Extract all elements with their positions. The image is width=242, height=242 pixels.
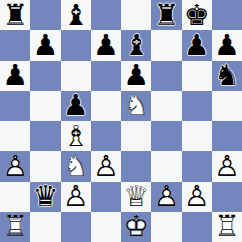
black-pawn-piece: ♟ — [182, 30, 212, 60]
black-knight-piece: ♞ — [212, 61, 242, 91]
square-h5[interactable] — [212, 91, 242, 121]
white-king-piece: ♚♔ — [121, 212, 151, 242]
square-d1[interactable] — [91, 212, 121, 242]
black-piece-glyph: ♜ — [151, 0, 181, 30]
square-f5[interactable] — [151, 91, 181, 121]
square-d6[interactable] — [91, 61, 121, 91]
square-b5[interactable] — [30, 91, 60, 121]
black-piece-glyph: ♜ — [0, 0, 30, 30]
square-e7[interactable]: ♝ — [121, 30, 151, 60]
square-b1[interactable] — [30, 212, 60, 242]
black-piece-glyph: ♞ — [212, 61, 242, 91]
white-pawn-piece: ♟♙ — [182, 182, 212, 212]
square-a2[interactable] — [0, 182, 30, 212]
square-a3[interactable]: ♟♙ — [0, 151, 30, 181]
square-h2[interactable] — [212, 182, 242, 212]
white-pawn-piece: ♟♙ — [91, 151, 121, 181]
black-king-piece: ♚ — [182, 0, 212, 30]
square-e2[interactable]: ♛♕ — [121, 182, 151, 212]
black-bishop-piece: ♝ — [61, 0, 91, 30]
white-piece-outline-glyph: ♙ — [91, 151, 121, 181]
white-piece-outline-glyph: ♔ — [121, 212, 151, 242]
black-piece-glyph: ♝ — [61, 0, 91, 30]
square-d5[interactable] — [91, 91, 121, 121]
black-piece-glyph: ♟ — [182, 30, 212, 60]
black-piece-glyph: ♟ — [0, 61, 30, 91]
white-pawn-piece: ♟♙ — [212, 151, 242, 181]
black-piece-glyph: ♟ — [30, 30, 60, 60]
square-a1[interactable]: ♜♖ — [0, 212, 30, 242]
square-c8[interactable]: ♝ — [61, 0, 91, 30]
white-bishop-piece: ♝♗ — [61, 121, 91, 151]
black-queen-piece: ♛ — [30, 182, 60, 212]
square-a4[interactable] — [0, 121, 30, 151]
white-piece-outline-glyph: ♕ — [121, 182, 151, 212]
black-pawn-piece: ♟ — [121, 61, 151, 91]
square-e5[interactable]: ♞♘ — [121, 91, 151, 121]
square-f2[interactable]: ♟♙ — [151, 182, 181, 212]
square-b6[interactable] — [30, 61, 60, 91]
black-piece-glyph: ♟ — [61, 91, 91, 121]
white-piece-outline-glyph: ♖ — [212, 212, 242, 242]
square-f7[interactable] — [151, 30, 181, 60]
square-h6[interactable]: ♞ — [212, 61, 242, 91]
square-a6[interactable]: ♟ — [0, 61, 30, 91]
square-e3[interactable] — [121, 151, 151, 181]
square-e1[interactable]: ♚♔ — [121, 212, 151, 242]
square-g1[interactable] — [182, 212, 212, 242]
square-b4[interactable] — [30, 121, 60, 151]
square-h8[interactable] — [212, 0, 242, 30]
square-d4[interactable] — [91, 121, 121, 151]
white-rook-piece: ♜♖ — [0, 212, 30, 242]
square-g5[interactable] — [182, 91, 212, 121]
black-pawn-piece: ♟ — [91, 30, 121, 60]
white-piece-outline-glyph: ♙ — [182, 182, 212, 212]
square-d7[interactable]: ♟ — [91, 30, 121, 60]
black-piece-glyph: ♚ — [182, 0, 212, 30]
chess-board: ♜♝♜♚♟♟♝♟♟♟♟♞♟♞♘♝♗♟♙♞♘♟♙♟♙♛♟♙♛♕♟♙♟♙♜♖♚♔♜♖ — [0, 0, 242, 242]
square-e6[interactable]: ♟ — [121, 61, 151, 91]
square-g2[interactable]: ♟♙ — [182, 182, 212, 212]
square-c6[interactable] — [61, 61, 91, 91]
square-c3[interactable]: ♞♘ — [61, 151, 91, 181]
square-d2[interactable] — [91, 182, 121, 212]
white-pawn-piece: ♟♙ — [61, 182, 91, 212]
square-e4[interactable] — [121, 121, 151, 151]
white-queen-piece: ♛♕ — [121, 182, 151, 212]
square-b3[interactable] — [30, 151, 60, 181]
white-piece-outline-glyph: ♙ — [212, 151, 242, 181]
black-piece-glyph: ♟ — [91, 30, 121, 60]
square-c1[interactable] — [61, 212, 91, 242]
square-h1[interactable]: ♜♖ — [212, 212, 242, 242]
square-h4[interactable] — [212, 121, 242, 151]
white-piece-outline-glyph: ♙ — [151, 182, 181, 212]
square-d3[interactable]: ♟♙ — [91, 151, 121, 181]
white-knight-piece: ♞♘ — [61, 151, 91, 181]
square-g8[interactable]: ♚ — [182, 0, 212, 30]
square-g4[interactable] — [182, 121, 212, 151]
black-bishop-piece: ♝ — [121, 30, 151, 60]
square-b7[interactable]: ♟ — [30, 30, 60, 60]
square-c5[interactable]: ♟ — [61, 91, 91, 121]
square-e8[interactable] — [121, 0, 151, 30]
square-c4[interactable]: ♝♗ — [61, 121, 91, 151]
square-g6[interactable] — [182, 61, 212, 91]
square-h3[interactable]: ♟♙ — [212, 151, 242, 181]
black-piece-glyph: ♟ — [212, 30, 242, 60]
square-b8[interactable] — [30, 0, 60, 30]
white-piece-outline-glyph: ♖ — [0, 212, 30, 242]
white-rook-piece: ♜♖ — [212, 212, 242, 242]
white-piece-outline-glyph: ♙ — [0, 151, 30, 181]
white-pawn-piece: ♟♙ — [151, 182, 181, 212]
square-d8[interactable] — [91, 0, 121, 30]
square-c7[interactable] — [61, 30, 91, 60]
square-a7[interactable] — [0, 30, 30, 60]
black-pawn-piece: ♟ — [0, 61, 30, 91]
square-g7[interactable]: ♟ — [182, 30, 212, 60]
black-piece-glyph: ♛ — [30, 182, 60, 212]
square-a5[interactable] — [0, 91, 30, 121]
square-f8[interactable]: ♜ — [151, 0, 181, 30]
square-f3[interactable] — [151, 151, 181, 181]
square-f6[interactable] — [151, 61, 181, 91]
square-c2[interactable]: ♟♙ — [61, 182, 91, 212]
square-g3[interactable] — [182, 151, 212, 181]
white-piece-outline-glyph: ♘ — [61, 151, 91, 181]
white-piece-outline-glyph: ♘ — [121, 91, 151, 121]
black-rook-piece: ♜ — [0, 0, 30, 30]
black-pawn-piece: ♟ — [30, 30, 60, 60]
square-f4[interactable] — [151, 121, 181, 151]
white-pawn-piece: ♟♙ — [0, 151, 30, 181]
black-pawn-piece: ♟ — [212, 30, 242, 60]
square-b2[interactable]: ♛ — [30, 182, 60, 212]
black-piece-glyph: ♝ — [121, 30, 151, 60]
black-piece-glyph: ♟ — [121, 61, 151, 91]
white-knight-piece: ♞♘ — [121, 91, 151, 121]
black-pawn-piece: ♟ — [61, 91, 91, 121]
white-piece-outline-glyph: ♙ — [61, 182, 91, 212]
square-f1[interactable] — [151, 212, 181, 242]
square-a8[interactable]: ♜ — [0, 0, 30, 30]
black-rook-piece: ♜ — [151, 0, 181, 30]
square-h7[interactable]: ♟ — [212, 30, 242, 60]
white-piece-outline-glyph: ♗ — [61, 121, 91, 151]
